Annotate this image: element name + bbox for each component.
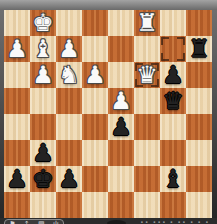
white-pawn[interactable]: ♟ bbox=[108, 88, 134, 114]
square-g6[interactable]: ♟ bbox=[160, 62, 186, 88]
square-f4[interactable] bbox=[134, 114, 160, 140]
square-c1[interactable] bbox=[56, 192, 82, 218]
square-d5[interactable] bbox=[82, 88, 108, 114]
square-f5[interactable] bbox=[134, 88, 160, 114]
square-e3[interactable] bbox=[108, 140, 134, 166]
square-e7[interactable] bbox=[108, 36, 134, 62]
white-knight[interactable]: ♞ bbox=[56, 62, 82, 88]
white-king[interactable]: ♚ bbox=[30, 10, 56, 36]
square-d4[interactable] bbox=[82, 114, 108, 140]
square-e1[interactable] bbox=[108, 192, 134, 218]
board-icon[interactable]: ▤ bbox=[38, 220, 45, 224]
square-h6[interactable] bbox=[186, 62, 212, 88]
square-b5[interactable] bbox=[30, 88, 56, 114]
square-h3[interactable] bbox=[186, 140, 212, 166]
black-pawn[interactable]: ♟ bbox=[4, 166, 30, 192]
bottom-bar: ⚑ ↑ ▤ ılı ∙∙ ∙∙∙ ∙ ∙∙ ∙ ∙ ∙ bbox=[0, 218, 217, 224]
chart-bars-icon[interactable]: ılı bbox=[53, 220, 59, 224]
square-g8[interactable] bbox=[160, 10, 186, 36]
black-pawn[interactable]: ♟ bbox=[160, 62, 186, 88]
square-e2[interactable] bbox=[108, 166, 134, 192]
white-bishop[interactable]: ♝ bbox=[30, 36, 56, 62]
square-f8[interactable]: ♜ bbox=[134, 10, 160, 36]
square-b7[interactable]: ♝ bbox=[30, 36, 56, 62]
square-e4[interactable]: ♟ bbox=[108, 114, 134, 140]
white-pawn[interactable]: ♟ bbox=[56, 36, 82, 62]
square-f6[interactable]: ♛ bbox=[134, 62, 160, 88]
square-g5[interactable]: ♛ bbox=[160, 88, 186, 114]
cropped-toolbar[interactable]: ⚑ ↑ ▤ ılı bbox=[4, 219, 64, 224]
square-f7[interactable] bbox=[134, 36, 160, 62]
square-b6[interactable]: ♟ bbox=[30, 62, 56, 88]
square-b1[interactable] bbox=[30, 192, 56, 218]
flag-icon[interactable]: ⚑ bbox=[9, 220, 15, 224]
square-d6[interactable]: ♟ bbox=[82, 62, 108, 88]
square-a3[interactable] bbox=[4, 140, 30, 166]
white-queen[interactable]: ♛ bbox=[134, 62, 160, 88]
square-c3[interactable] bbox=[56, 140, 82, 166]
chess-board[interactable]: ♚♜♟♝♟♜♟♞♟♛♟♟♛♟♟♟♚♟♝ bbox=[4, 10, 212, 218]
square-f3[interactable] bbox=[134, 140, 160, 166]
arrow-up-icon[interactable]: ↑ bbox=[24, 220, 30, 224]
black-king[interactable]: ♚ bbox=[30, 166, 56, 192]
square-g1[interactable] bbox=[160, 192, 186, 218]
square-f2[interactable] bbox=[134, 166, 160, 192]
square-d8[interactable] bbox=[82, 10, 108, 36]
black-pawn[interactable]: ♟ bbox=[108, 114, 134, 140]
last-move-marker bbox=[161, 37, 169, 45]
white-pawn[interactable]: ♟ bbox=[30, 62, 56, 88]
square-g2[interactable]: ♝ bbox=[160, 166, 186, 192]
square-h8[interactable] bbox=[186, 10, 212, 36]
square-b8[interactable]: ♚ bbox=[30, 10, 56, 36]
square-h7[interactable]: ♜ bbox=[186, 36, 212, 62]
square-c7[interactable]: ♟ bbox=[56, 36, 82, 62]
black-rook[interactable]: ♜ bbox=[186, 36, 212, 62]
last-move-marker bbox=[161, 53, 169, 61]
square-b4[interactable] bbox=[30, 114, 56, 140]
last-move-marker bbox=[177, 53, 185, 61]
square-a1[interactable] bbox=[4, 192, 30, 218]
board-border-right bbox=[212, 10, 217, 218]
square-a4[interactable] bbox=[4, 114, 30, 140]
square-a5[interactable] bbox=[4, 88, 30, 114]
square-h5[interactable] bbox=[186, 88, 212, 114]
square-d7[interactable] bbox=[82, 36, 108, 62]
white-pawn[interactable]: ♟ bbox=[4, 36, 30, 62]
square-c6[interactable]: ♞ bbox=[56, 62, 82, 88]
square-b3[interactable]: ♟ bbox=[30, 140, 56, 166]
square-c2[interactable]: ♟ bbox=[56, 166, 82, 192]
square-h1[interactable] bbox=[186, 192, 212, 218]
square-h2[interactable] bbox=[186, 166, 212, 192]
square-g3[interactable] bbox=[160, 140, 186, 166]
square-a2[interactable]: ♟ bbox=[4, 166, 30, 192]
square-h4[interactable] bbox=[186, 114, 212, 140]
square-g7[interactable] bbox=[160, 36, 186, 62]
chess-app-window: ♚♜♟♝♟♜♟♞♟♛♟♟♛♟♟♟♚♟♝ ⚑ ↑ ▤ ılı ∙∙ ∙∙∙ ∙ ∙… bbox=[0, 0, 217, 224]
square-e8[interactable] bbox=[108, 10, 134, 36]
square-c4[interactable] bbox=[56, 114, 82, 140]
square-d2[interactable] bbox=[82, 166, 108, 192]
black-pawn[interactable]: ♟ bbox=[30, 140, 56, 166]
square-e6[interactable] bbox=[108, 62, 134, 88]
square-c8[interactable] bbox=[56, 10, 82, 36]
square-g4[interactable] bbox=[160, 114, 186, 140]
white-rook[interactable]: ♜ bbox=[134, 10, 160, 36]
square-a7[interactable]: ♟ bbox=[4, 36, 30, 62]
square-c5[interactable] bbox=[56, 88, 82, 114]
black-pawn[interactable]: ♟ bbox=[56, 166, 82, 192]
white-pawn[interactable]: ♟ bbox=[82, 62, 108, 88]
black-queen[interactable]: ♛ bbox=[160, 88, 186, 114]
square-a6[interactable] bbox=[4, 62, 30, 88]
square-d1[interactable] bbox=[82, 192, 108, 218]
bottom-bar-ellipse bbox=[107, 220, 126, 224]
square-a8[interactable] bbox=[4, 10, 30, 36]
black-bishop[interactable]: ♝ bbox=[160, 166, 186, 192]
last-move-marker bbox=[177, 37, 185, 45]
square-d3[interactable] bbox=[82, 140, 108, 166]
square-e5[interactable]: ♟ bbox=[108, 88, 134, 114]
square-b2[interactable]: ♚ bbox=[30, 166, 56, 192]
square-f1[interactable] bbox=[134, 192, 160, 218]
cropped-status-marks: ∙∙ ∙∙∙ ∙ ∙∙ ∙ ∙ ∙ bbox=[140, 218, 210, 224]
